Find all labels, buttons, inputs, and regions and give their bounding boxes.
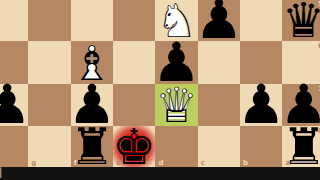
black-queen-glyph: ♛	[282, 0, 320, 44]
chess-board: ♞♘♟♛5♝♗♟6♟♟♛♕♟♟7g♜f♚edcb♜a8	[0, 0, 320, 168]
square-e5[interactable]	[113, 0, 155, 41]
black-king-glyph: ♚	[112, 123, 156, 172]
square-g5[interactable]	[28, 0, 70, 41]
black-pawn-piece[interactable]: ♟	[195, 0, 243, 47]
square-b5[interactable]	[240, 0, 282, 41]
square-a8[interactable]: ♜a8	[282, 126, 320, 168]
black-pawn-glyph: ♟	[237, 78, 285, 132]
square-c5[interactable]: ♟	[198, 0, 240, 41]
square-a5[interactable]: ♛5	[282, 0, 320, 41]
chess-app-screen: ♞♘♟♛5♝♗♟6♟♟♛♕♟♟7g♜f♚edcb♜a8 ▋	[0, 0, 320, 180]
black-pawn-piece[interactable]: ♟	[237, 78, 285, 132]
square-c7[interactable]	[198, 84, 240, 126]
square-g7[interactable]	[28, 84, 70, 126]
black-king-piece[interactable]: ♚	[112, 123, 156, 172]
square-h5[interactable]	[0, 0, 28, 41]
black-queen-piece[interactable]: ♛	[282, 0, 320, 44]
square-g8[interactable]: g	[28, 126, 70, 168]
square-c8[interactable]: c	[198, 126, 240, 168]
square-e6[interactable]	[113, 41, 155, 83]
bottom-bar: ▋	[0, 167, 320, 180]
black-pawn-piece[interactable]: ♟	[0, 78, 31, 132]
square-b7[interactable]: ♟	[240, 84, 282, 126]
square-g6[interactable]	[28, 41, 70, 83]
black-rook-piece[interactable]: ♜	[69, 122, 114, 172]
black-rook-piece[interactable]: ♜	[281, 122, 320, 172]
white-queen-outline-glyph: ♕	[155, 81, 198, 129]
black-pawn-glyph: ♟	[0, 78, 31, 132]
square-e8[interactable]: ♚e	[113, 126, 155, 168]
clipped-gray-icon: ▋	[0, 169, 4, 178]
square-f8[interactable]: ♜f	[71, 126, 113, 168]
black-rook-glyph: ♜	[69, 122, 114, 172]
square-h7[interactable]: ♟	[0, 84, 28, 126]
black-pawn-glyph: ♟	[195, 0, 243, 47]
square-d7[interactable]: ♛♕	[155, 84, 197, 126]
black-rook-glyph: ♜	[281, 122, 320, 172]
white-queen-piece[interactable]: ♛♕	[155, 81, 198, 129]
